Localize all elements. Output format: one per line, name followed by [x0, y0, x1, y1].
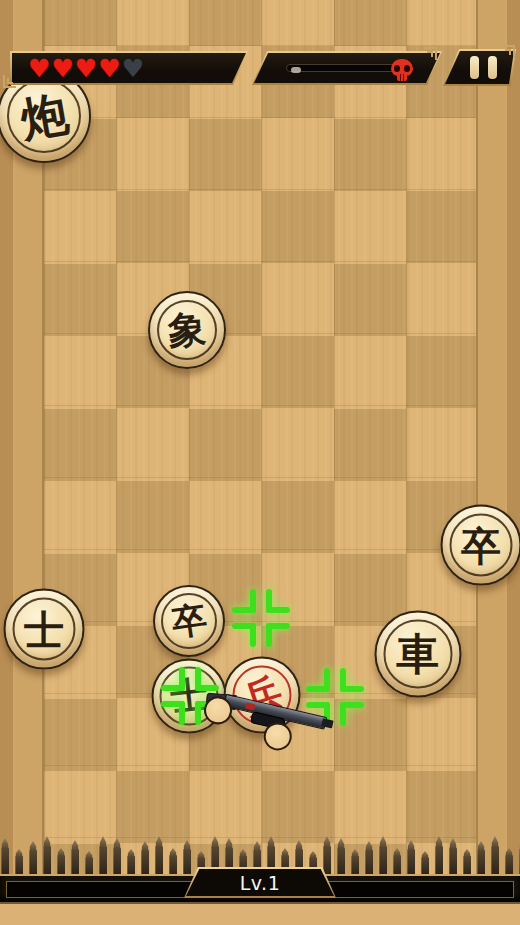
piece-label: 車 [397, 633, 440, 676]
bullet-spike-icon [393, 848, 401, 876]
piece-elephant-black[interactable]: 象 [148, 291, 226, 369]
corner-ornament-icon [424, 47, 437, 60]
piece-advisor-black[interactable]: 士 [4, 589, 85, 670]
piece-label: 象 [167, 310, 208, 351]
game-screen: 炮象卒士卒士兵車 ♥♥♥♥♥ [0, 0, 520, 925]
piece-label: 卒 [169, 601, 209, 641]
health-bar-bg: ♥♥♥♥♥ [12, 53, 246, 83]
board-right-plank [476, 0, 520, 880]
progress-marker [291, 67, 301, 73]
bullet-spike-icon [15, 849, 23, 876]
top-hud: ♥♥♥♥♥ [0, 0, 520, 100]
bullet-spike-icon [169, 848, 177, 876]
bullet-spike-icon [491, 836, 499, 876]
bullet-spike-icon [127, 849, 135, 876]
bullet-spike-icon [365, 841, 373, 876]
piece-label: 卒 [461, 525, 501, 565]
bullet-spike-icon [29, 841, 37, 876]
bullet-spike-icon [113, 838, 121, 876]
skull-icon [390, 59, 414, 81]
bullet-spike-icon [99, 836, 107, 876]
bullet-spike-icon [463, 849, 471, 876]
heart-empty-icon: ♥ [122, 56, 144, 81]
health-bar: ♥♥♥♥♥ [10, 51, 248, 85]
bullet-spike-icon [57, 848, 65, 876]
heart-full-icon: ♥ [28, 56, 50, 81]
progress-bar-bg [254, 53, 440, 83]
heart-full-icon: ♥ [98, 56, 120, 81]
bullet-spike-icon [183, 840, 191, 876]
corner-ornament-icon [3, 75, 16, 88]
corner-ornament-icon [502, 45, 515, 58]
bullet-spike-icon [85, 851, 93, 876]
piece-soldier-black[interactable]: 卒 [441, 505, 520, 586]
piece-chariot-black[interactable]: 車 [375, 611, 462, 698]
bullet-spike-icon [435, 836, 443, 876]
bullet-spike-icon [155, 836, 163, 876]
bullet-spike-icon [141, 841, 149, 876]
bullet-spike-icon [1, 838, 9, 876]
bullet-spike-icon [449, 838, 457, 876]
piece-label: 士 [24, 609, 64, 649]
level-plate: Lv.1 [184, 867, 336, 898]
bullet-spike-icon [379, 836, 387, 876]
bullet-spike-icon [477, 841, 485, 876]
hearts-row: ♥♥♥♥♥ [28, 53, 144, 83]
bullet-spike-icon [43, 836, 51, 876]
level-progress-bar [252, 51, 442, 85]
bullet-spike-icon [71, 840, 79, 876]
bullet-spike-icon [421, 851, 429, 876]
heart-full-icon: ♥ [51, 56, 73, 81]
piece-soldier-black[interactable]: 卒 [153, 585, 225, 657]
heart-full-icon: ♥ [75, 56, 97, 81]
bullet-spike-icon [505, 848, 513, 876]
bullet-spike-icon [407, 840, 415, 876]
bullet-spike-icon [351, 849, 359, 876]
target-crosshair-icon [232, 589, 290, 647]
bullet-spike-icon [323, 836, 331, 876]
level-label: Lv.1 [186, 869, 334, 896]
bullet-spike-icon [337, 838, 345, 876]
